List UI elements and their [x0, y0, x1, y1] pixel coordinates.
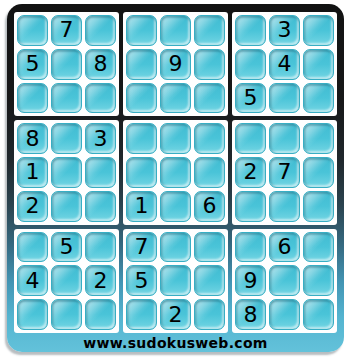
cell-r8c1[interactable]: 4	[17, 265, 48, 296]
sudoku-board: 758934583121627542752698	[14, 12, 337, 333]
cell-r5c4[interactable]	[126, 157, 157, 188]
cell-r6c1[interactable]: 2	[17, 191, 48, 222]
cell-r1c7[interactable]	[235, 15, 266, 46]
cell-r5c5[interactable]	[160, 157, 191, 188]
box-7: 542	[14, 229, 119, 333]
box-3: 345	[232, 12, 337, 116]
box-9: 698	[232, 229, 337, 333]
cell-r4c8[interactable]	[269, 123, 300, 154]
cell-r5c3[interactable]	[85, 157, 116, 188]
cell-r8c8[interactable]	[269, 265, 300, 296]
sudoku-frame: 758934583121627542752698 www.sudokusweb.…	[7, 4, 344, 352]
cell-r9c5[interactable]: 2	[160, 299, 191, 330]
cell-r5c9[interactable]	[303, 157, 334, 188]
cell-r3c9[interactable]	[303, 83, 334, 114]
cell-r7c3[interactable]	[85, 232, 116, 263]
cell-r2c3[interactable]: 8	[85, 49, 116, 80]
box-8: 752	[123, 229, 228, 333]
cell-r6c6[interactable]: 6	[194, 191, 225, 222]
cell-r6c8[interactable]	[269, 191, 300, 222]
cell-r9c8[interactable]	[269, 299, 300, 330]
cell-r4c7[interactable]	[235, 123, 266, 154]
cell-r1c9[interactable]	[303, 15, 334, 46]
cell-r3c4[interactable]	[126, 83, 157, 114]
cell-r6c3[interactable]	[85, 191, 116, 222]
cell-r3c5[interactable]	[160, 83, 191, 114]
box-2: 9	[123, 12, 228, 116]
box-5: 16	[123, 120, 228, 224]
cell-r5c2[interactable]	[51, 157, 82, 188]
box-4: 8312	[14, 120, 119, 224]
cell-r8c2[interactable]	[51, 265, 82, 296]
cell-r3c6[interactable]	[194, 83, 225, 114]
cell-r6c2[interactable]	[51, 191, 82, 222]
cell-r4c5[interactable]	[160, 123, 191, 154]
cell-r1c2[interactable]: 7	[51, 15, 82, 46]
cell-r4c6[interactable]	[194, 123, 225, 154]
cell-r7c8[interactable]: 6	[269, 232, 300, 263]
cell-r3c8[interactable]	[269, 83, 300, 114]
cell-r4c3[interactable]: 3	[85, 123, 116, 154]
cell-r8c7[interactable]: 9	[235, 265, 266, 296]
cell-r3c1[interactable]	[17, 83, 48, 114]
box-6: 27	[232, 120, 337, 224]
cell-r9c1[interactable]	[17, 299, 48, 330]
cell-r2c7[interactable]	[235, 49, 266, 80]
cell-r1c1[interactable]	[17, 15, 48, 46]
cell-r4c9[interactable]	[303, 123, 334, 154]
cell-r3c2[interactable]	[51, 83, 82, 114]
cell-r7c2[interactable]: 5	[51, 232, 82, 263]
box-1: 758	[14, 12, 119, 116]
cell-r2c8[interactable]: 4	[269, 49, 300, 80]
footer-bar: www.sudokusweb.com	[14, 333, 337, 352]
cell-r7c7[interactable]	[235, 232, 266, 263]
cell-r7c1[interactable]	[17, 232, 48, 263]
cell-r9c9[interactable]	[303, 299, 334, 330]
page-background: 758934583121627542752698 www.sudokusweb.…	[0, 0, 350, 360]
cell-r9c4[interactable]	[126, 299, 157, 330]
cell-r6c5[interactable]	[160, 191, 191, 222]
cell-r9c7[interactable]: 8	[235, 299, 266, 330]
cell-r3c7[interactable]: 5	[235, 83, 266, 114]
cell-r7c9[interactable]	[303, 232, 334, 263]
cell-r1c8[interactable]: 3	[269, 15, 300, 46]
cell-r8c6[interactable]	[194, 265, 225, 296]
cell-r2c4[interactable]	[126, 49, 157, 80]
cell-r2c5[interactable]: 9	[160, 49, 191, 80]
cell-r5c7[interactable]: 2	[235, 157, 266, 188]
cell-r2c2[interactable]	[51, 49, 82, 80]
cell-r4c2[interactable]	[51, 123, 82, 154]
cell-r6c4[interactable]: 1	[126, 191, 157, 222]
cell-r9c2[interactable]	[51, 299, 82, 330]
website-url[interactable]: www.sudokusweb.com	[83, 335, 267, 351]
cell-r1c3[interactable]	[85, 15, 116, 46]
cell-r7c6[interactable]	[194, 232, 225, 263]
cell-r4c4[interactable]	[126, 123, 157, 154]
cell-r7c5[interactable]	[160, 232, 191, 263]
cell-r5c8[interactable]: 7	[269, 157, 300, 188]
cell-r6c7[interactable]	[235, 191, 266, 222]
cell-r1c5[interactable]	[160, 15, 191, 46]
cell-r9c6[interactable]	[194, 299, 225, 330]
cell-r5c6[interactable]	[194, 157, 225, 188]
cell-r3c3[interactable]	[85, 83, 116, 114]
cell-r2c1[interactable]: 5	[17, 49, 48, 80]
cell-r7c4[interactable]: 7	[126, 232, 157, 263]
cell-r9c3[interactable]	[85, 299, 116, 330]
cell-r1c4[interactable]	[126, 15, 157, 46]
cell-r2c6[interactable]	[194, 49, 225, 80]
cell-r1c6[interactable]	[194, 15, 225, 46]
cell-r4c1[interactable]: 8	[17, 123, 48, 154]
cell-r5c1[interactable]: 1	[17, 157, 48, 188]
cell-r2c9[interactable]	[303, 49, 334, 80]
cell-r6c9[interactable]	[303, 191, 334, 222]
cell-r8c4[interactable]: 5	[126, 265, 157, 296]
cell-r8c5[interactable]	[160, 265, 191, 296]
cell-r8c3[interactable]: 2	[85, 265, 116, 296]
cell-r8c9[interactable]	[303, 265, 334, 296]
